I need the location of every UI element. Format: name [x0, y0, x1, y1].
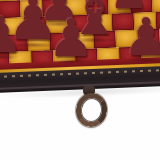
piece-layer: ♟♟♟♟♝♟♟	[0, 0, 160, 160]
chess-set-photo: ♟♟♟♟♝♟♟	[0, 0, 160, 160]
pawn-front-right-pawn-piece: ♟	[123, 11, 160, 63]
